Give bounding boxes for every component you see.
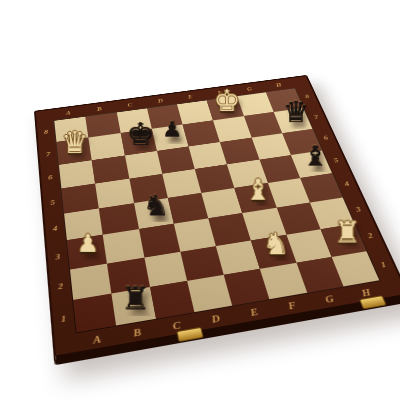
square-b1[interactable]: ♜ (112, 287, 156, 326)
square-a5[interactable] (61, 183, 99, 213)
square-c6[interactable] (124, 151, 162, 179)
square-h7[interactable]: ♛ (274, 108, 313, 133)
white-knight[interactable]: ♞ (258, 225, 295, 262)
white-pawn[interactable]: ♟ (69, 225, 106, 262)
black-bishop[interactable]: ♝ (298, 139, 331, 172)
square-a2[interactable] (70, 263, 112, 300)
rank-label: 6 (41, 164, 59, 190)
rank-label: 3 (48, 241, 68, 273)
clasp-right-icon (359, 295, 387, 309)
white-rook[interactable]: ♜ (328, 214, 364, 250)
square-e4[interactable] (201, 188, 242, 219)
photo-background: ABCDEFGH ABCDEFGH 87654321 87654321 ♚♛♚♟… (0, 0, 400, 400)
rank-label: 4 (46, 214, 65, 244)
white-bishop[interactable]: ♝ (241, 172, 276, 207)
chess-board: ABCDEFGH ABCDEFGH 87654321 87654321 ♚♛♚♟… (34, 75, 400, 365)
square-d1[interactable] (187, 275, 232, 312)
black-king[interactable]: ♚ (124, 118, 156, 150)
black-pawn[interactable]: ♟ (156, 113, 188, 145)
square-f1[interactable] (260, 263, 307, 299)
square-c1[interactable] (149, 281, 194, 319)
rank-label: 8 (38, 120, 55, 143)
rank-label: 1 (53, 301, 75, 337)
rank-label: 7 (40, 142, 57, 167)
square-b5[interactable] (95, 179, 133, 209)
square-f2[interactable]: ♞ (251, 234, 296, 268)
white-king[interactable]: ♚ (212, 85, 243, 116)
square-a1[interactable] (73, 293, 116, 332)
rank-label: 2 (50, 270, 71, 304)
rank-label: 5 (43, 188, 62, 216)
black-queen[interactable]: ♛ (280, 97, 311, 128)
square-b6[interactable] (92, 155, 129, 183)
white-queen[interactable]: ♛ (59, 126, 92, 159)
square-f4[interactable]: ♝ (235, 183, 277, 213)
board-grid: ♚♛♚♟♛♝♞♝♟♞♜♜ (53, 88, 380, 334)
black-rook[interactable]: ♜ (115, 278, 154, 317)
black-knight[interactable]: ♞ (137, 188, 172, 223)
